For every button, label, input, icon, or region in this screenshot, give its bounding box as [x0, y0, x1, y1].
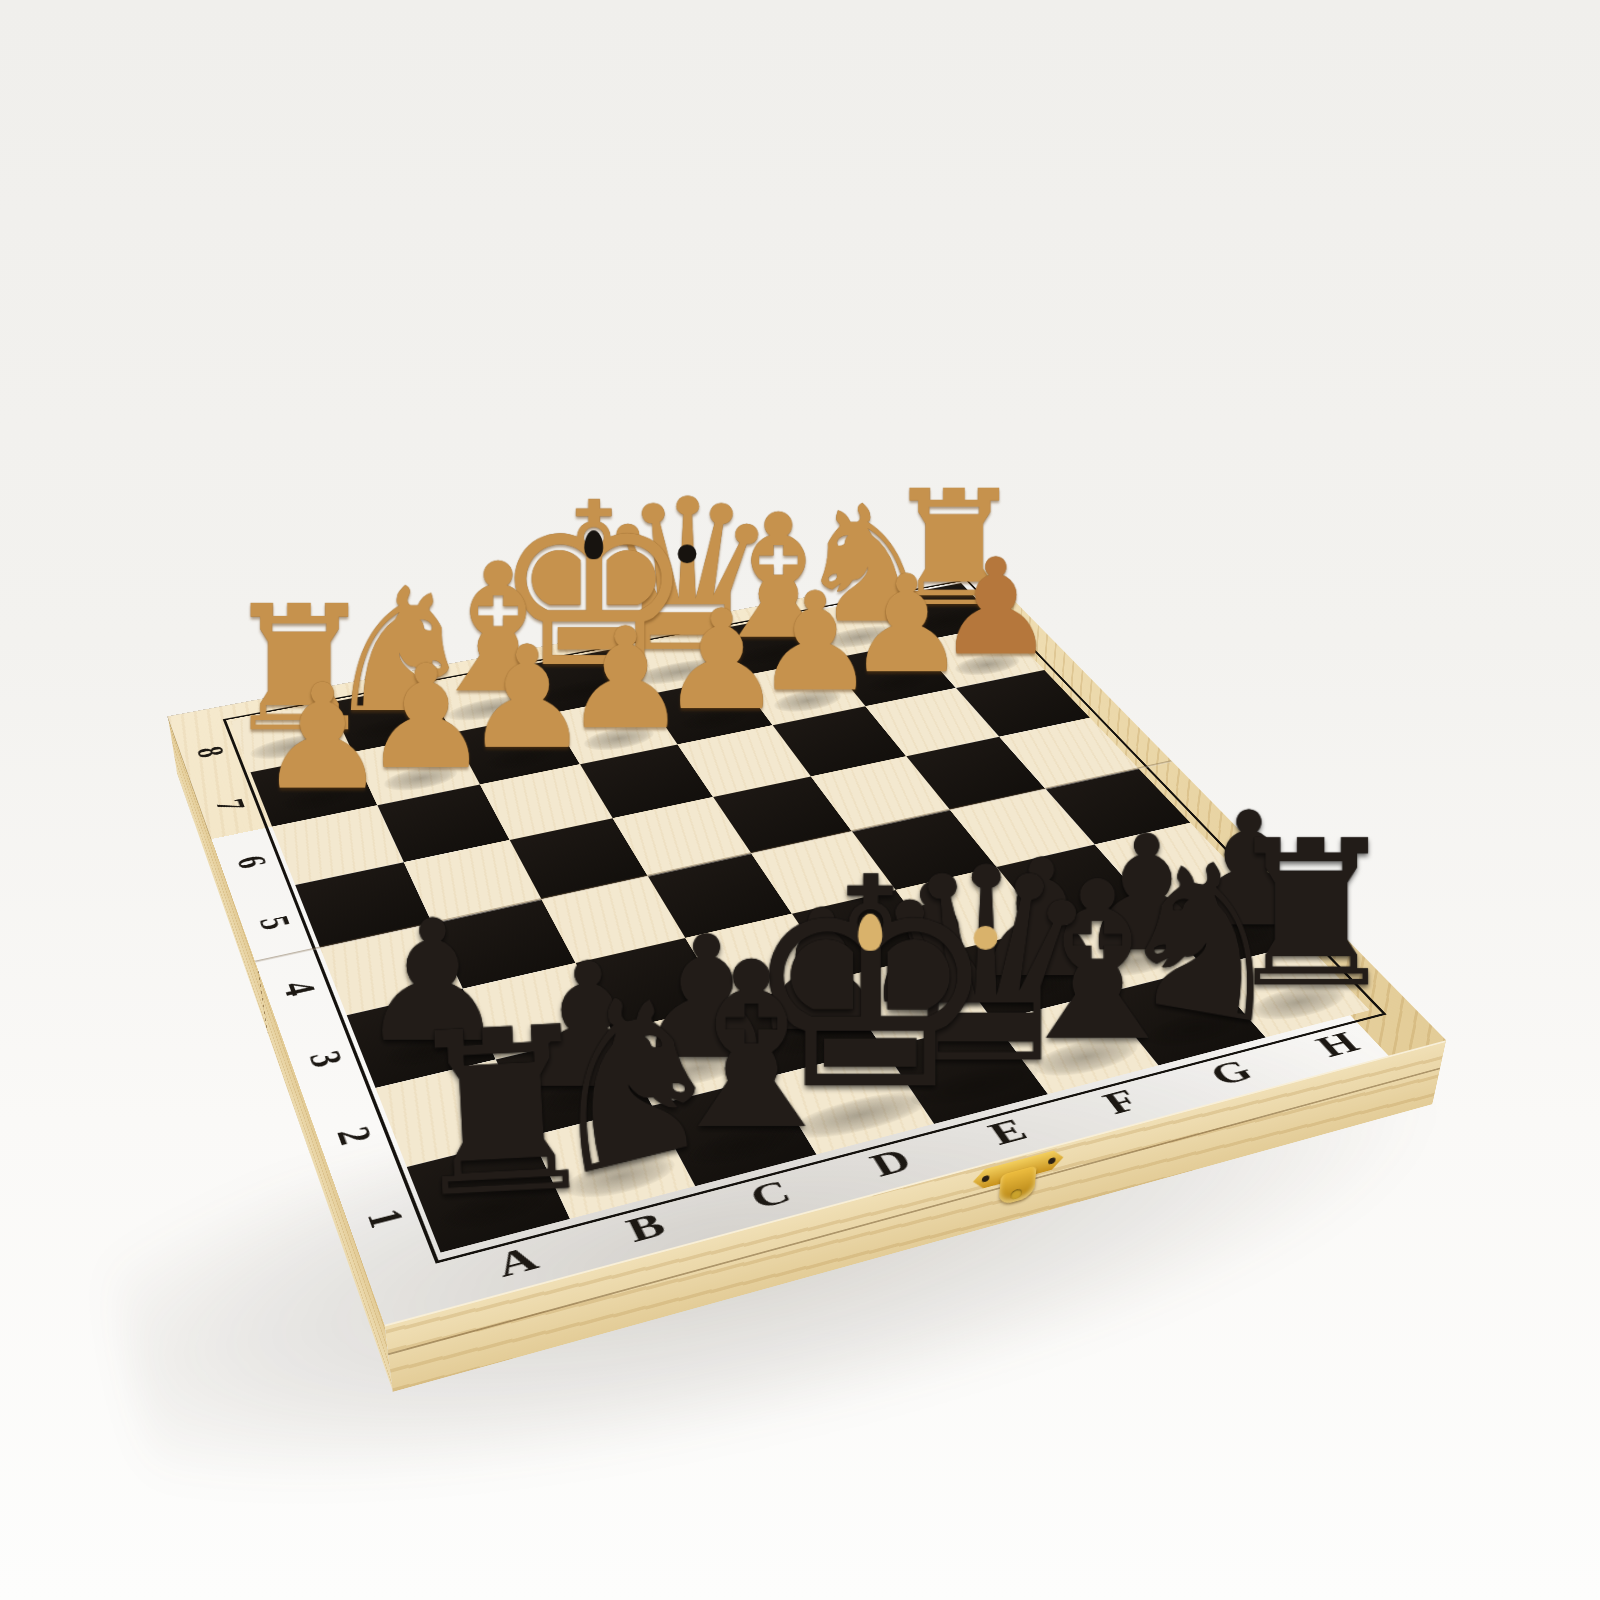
black-rook-glyph: ♜	[395, 996, 608, 1231]
